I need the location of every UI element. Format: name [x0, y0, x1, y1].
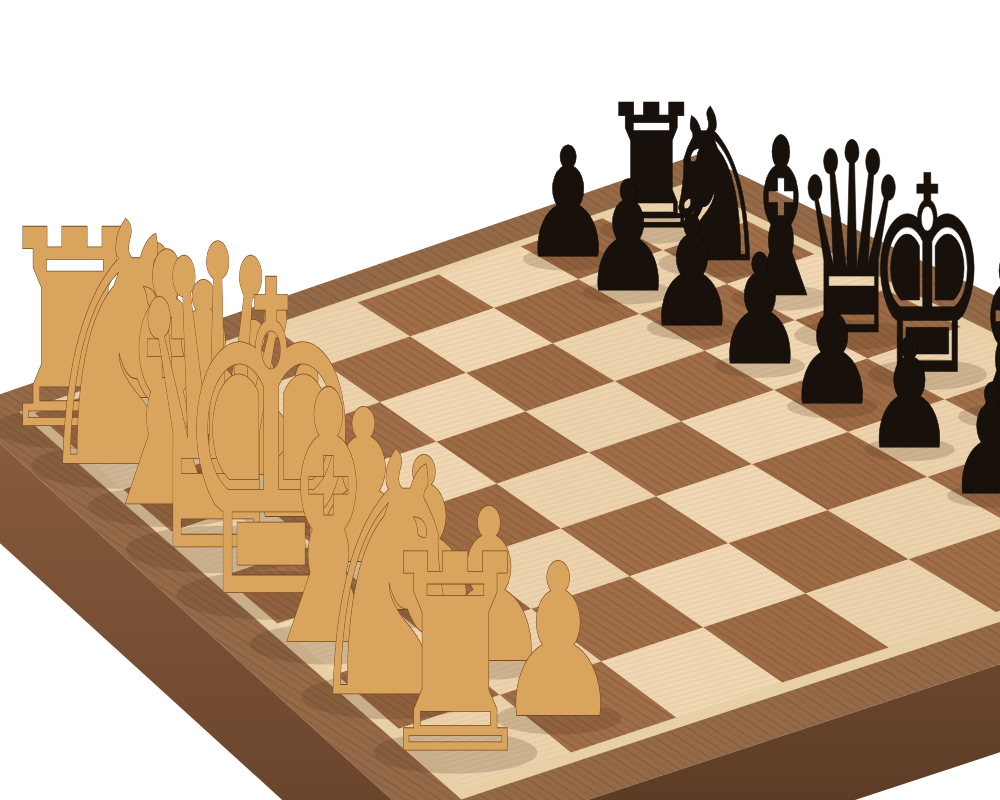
chess-photo-scene: ♜♟♞♟♝♟♛♟♚♟♟♝♜♟♟♞♞♟♟♝♜♟♟♛♟♚♟♝♟♞♟♜ — [0, 0, 1000, 800]
piece-black-pawn-f7[interactable]: ♟ — [864, 305, 955, 483]
piece-black-pawn-g7[interactable]: ♟ — [947, 351, 1000, 529]
piece-white-rook-h1[interactable]: ♜ — [373, 498, 538, 800]
chess-board: ♜♟♞♟♝♟♛♟♚♟♟♝♜♟♟♞♞♟♟♝♜♟♟♛♟♚♟♝♟♞♟♜ — [0, 0, 1000, 800]
